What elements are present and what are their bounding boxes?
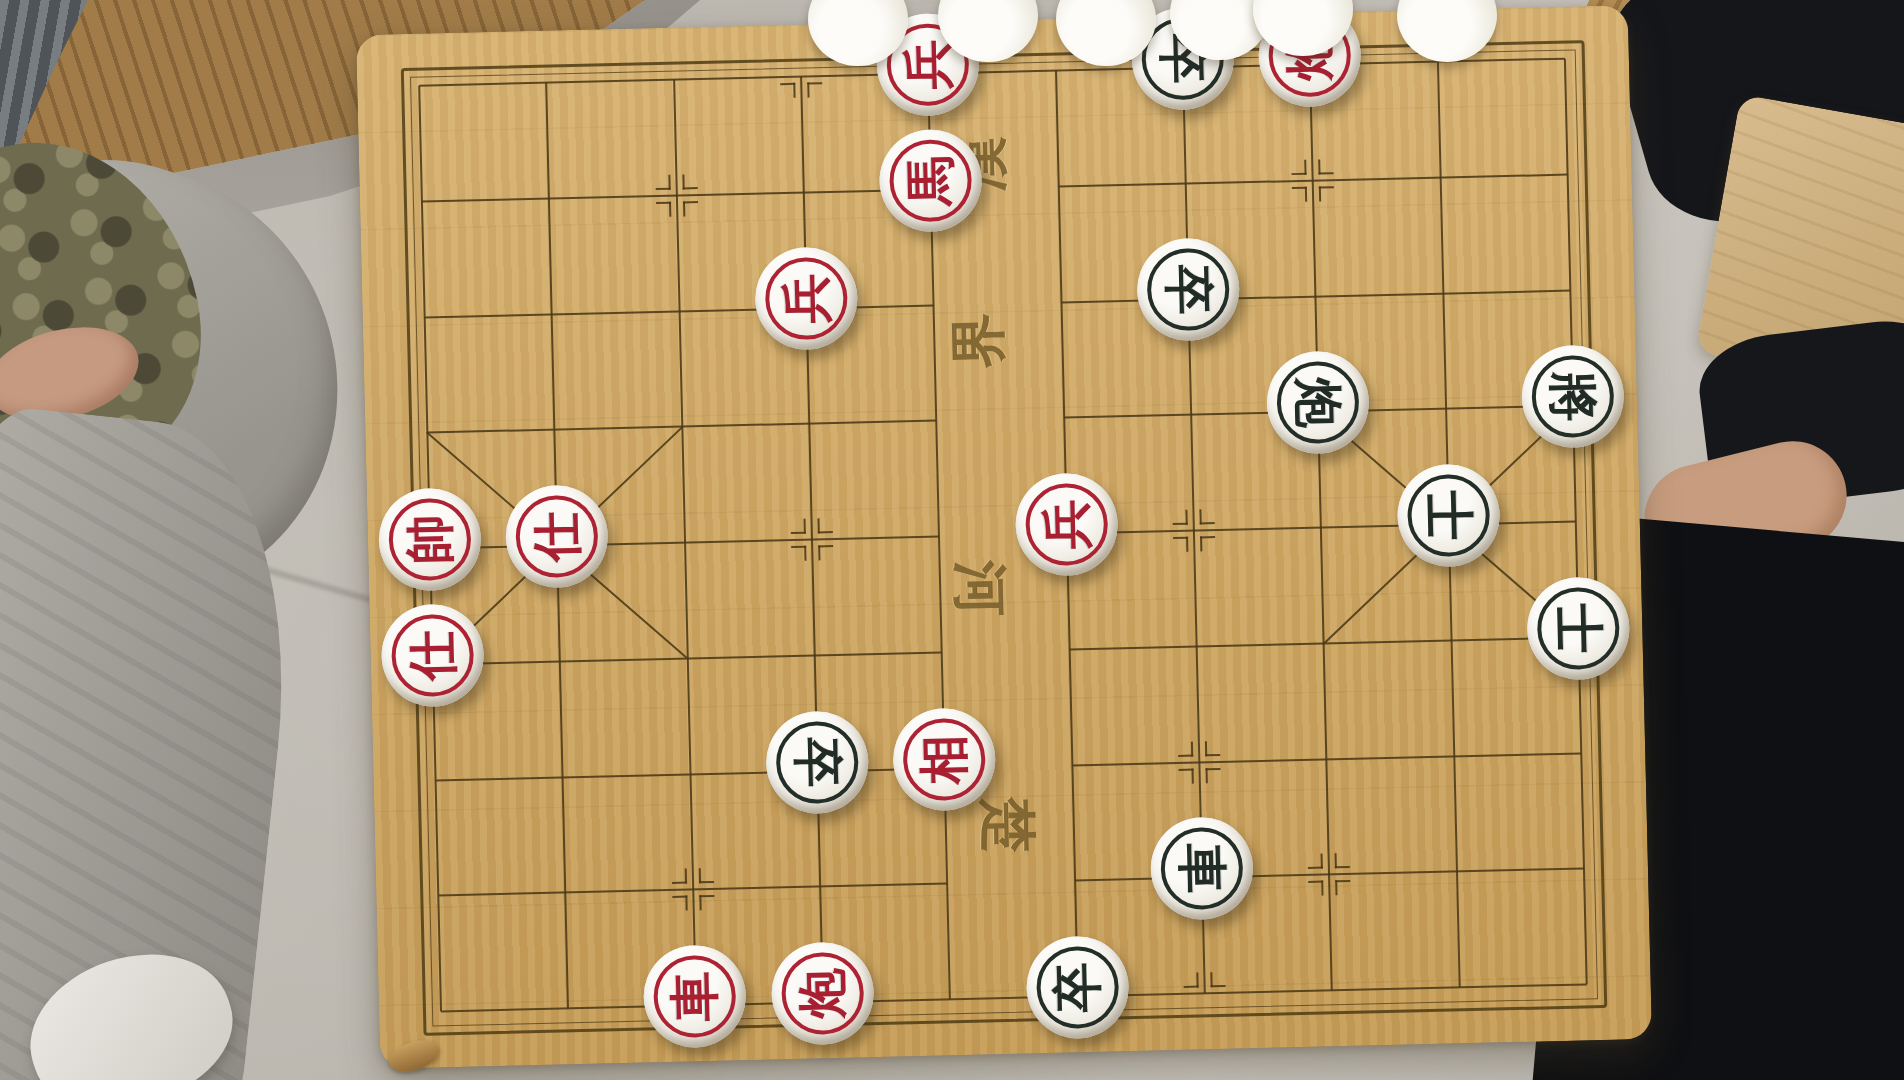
board-point-5-7: 相	[880, 709, 1010, 828]
piece-glyph: 士	[1526, 576, 1630, 680]
piece-glyph: 炮	[770, 941, 874, 1045]
piece-glyph: 兵	[1014, 472, 1118, 576]
piece-red-cannon-2[interactable]: 炮	[770, 941, 874, 1045]
photo-scene: 漢界河楚 炮兵卒馬兵卒將炮帥仕兵士仕士相卒車車炮卒	[0, 0, 1904, 1080]
board-point-10-4: 將	[1508, 346, 1638, 465]
board-point-6-9: 卒	[1013, 937, 1143, 1056]
piece-black-soldier-3[interactable]: 卒	[765, 710, 869, 814]
board-point-5-2: 馬	[866, 130, 996, 249]
board-point-9-5: 士	[1384, 465, 1514, 584]
piece-black-cannon[interactable]: 炮	[1266, 351, 1370, 455]
board-point-4-3: 兵	[741, 249, 871, 368]
piece-red-chariot[interactable]: 車	[643, 944, 747, 1048]
piece-glyph: 帥	[377, 487, 481, 591]
piece-glyph: 卒	[1136, 238, 1240, 342]
board-point-10-6: 士	[1514, 578, 1644, 697]
board-point-7-3: 卒	[1123, 240, 1253, 359]
piece-red-general[interactable]: 帥	[377, 487, 481, 591]
board-point-6-5: 兵	[1002, 474, 1132, 593]
piece-glyph: 仕	[505, 484, 609, 588]
piece-red-horse[interactable]: 馬	[879, 128, 983, 232]
piece-glyph: 仕	[380, 603, 484, 707]
piece-red-advisor-1[interactable]: 仕	[505, 484, 609, 588]
piece-glyph: 車	[643, 944, 747, 1048]
xiangqi-board: 漢界河楚 炮兵卒馬兵卒將炮帥仕兵士仕士相卒車車炮卒	[356, 5, 1652, 1069]
board-point-7-8: 車	[1137, 818, 1267, 937]
piece-glyph: 士	[1396, 463, 1500, 567]
board-point-4-7: 卒	[752, 712, 882, 831]
piece-glyph: 卒	[765, 710, 869, 814]
piece-red-advisor-2[interactable]: 仕	[380, 603, 484, 707]
piece-black-general[interactable]: 將	[1521, 345, 1625, 449]
piece-glyph: 卒	[1025, 935, 1129, 1039]
piece-glyph: 炮	[1266, 351, 1370, 455]
piece-black-advisor-2[interactable]: 士	[1526, 576, 1630, 680]
board-point-3-9: 車	[630, 946, 760, 1065]
piece-glyph: 車	[1150, 817, 1254, 921]
board-point-2-5: 仕	[492, 486, 622, 605]
piece-black-soldier-4[interactable]: 卒	[1025, 935, 1129, 1039]
board-point-1-5: 帥	[365, 489, 495, 608]
board-point-1-6: 仕	[367, 605, 497, 724]
board-point-4-9: 炮	[758, 943, 888, 1062]
board-point-8-4: 炮	[1254, 352, 1384, 471]
piece-glyph: 馬	[879, 128, 983, 232]
piece-black-soldier-2[interactable]: 卒	[1136, 238, 1240, 342]
board-grid: 炮兵卒馬兵卒將炮帥仕兵士仕士相卒車車炮卒	[354, 0, 1652, 1071]
piece-glyph: 將	[1521, 345, 1625, 449]
piece-black-chariot[interactable]: 車	[1150, 817, 1254, 921]
piece-red-elephant[interactable]: 相	[892, 707, 996, 811]
piece-red-soldier-3[interactable]: 兵	[1014, 472, 1118, 576]
piece-glyph: 兵	[754, 247, 858, 351]
piece-black-advisor-1[interactable]: 士	[1396, 463, 1500, 567]
piece-red-soldier-2[interactable]: 兵	[754, 247, 858, 351]
piece-glyph: 相	[892, 707, 996, 811]
